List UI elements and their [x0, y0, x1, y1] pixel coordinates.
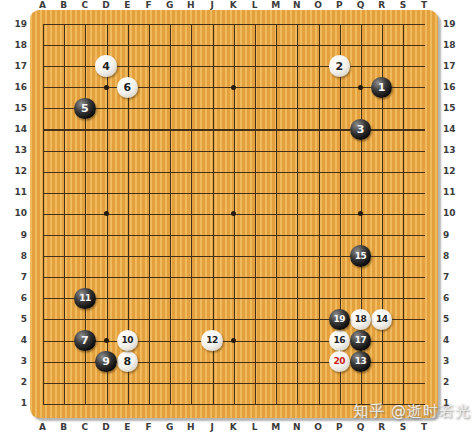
- stone-number: 9: [102, 356, 110, 367]
- coord-col-k-bottom: K: [223, 422, 243, 433]
- coord-col-g-bottom: G: [160, 422, 180, 433]
- coord-col-s-bottom: S: [393, 422, 413, 433]
- coord-row-1-right: 1: [443, 398, 465, 409]
- coord-row-18-left: 18: [5, 40, 27, 51]
- coord-col-f-top: F: [139, 0, 159, 11]
- coord-row-7-left: 7: [5, 272, 27, 283]
- star-point-k4: [231, 338, 236, 343]
- coord-col-o-bottom: O: [308, 422, 328, 433]
- coord-row-4-right: 4: [443, 335, 465, 346]
- stone-black-15-q8: 15: [350, 245, 372, 267]
- coord-col-a-bottom: A: [33, 422, 53, 433]
- stone-number: 11: [79, 294, 91, 303]
- coord-col-j-top: J: [202, 0, 222, 11]
- go-diagram: 1234567891011121314151617181920 知乎 @逝时若光…: [0, 0, 474, 435]
- stone-white-12-j4: 12: [201, 330, 223, 352]
- stone-number: 5: [81, 103, 89, 114]
- stone-number: 18: [355, 315, 367, 324]
- stone-number: 15: [355, 252, 367, 261]
- coord-col-o-top: O: [308, 0, 328, 11]
- stone-number: 8: [123, 356, 131, 367]
- stone-white-2-p17: 2: [329, 55, 351, 77]
- coord-col-t-bottom: T: [414, 422, 434, 433]
- star-point-d4: [104, 338, 109, 343]
- coord-col-c-bottom: C: [75, 422, 95, 433]
- coord-row-6-left: 6: [5, 293, 27, 304]
- coord-row-6-right: 6: [443, 293, 465, 304]
- star-point-q16: [358, 85, 363, 90]
- coord-row-13-right: 13: [443, 145, 465, 156]
- stone-number: 2: [335, 61, 343, 72]
- coord-row-10-left: 10: [5, 208, 27, 219]
- stone-black-9-d3: 9: [95, 351, 117, 373]
- stone-number: 10: [122, 336, 134, 345]
- coord-row-3-right: 3: [443, 356, 465, 367]
- coord-row-7-right: 7: [443, 272, 465, 283]
- coord-col-h-top: H: [181, 0, 201, 11]
- stone-number: 20: [334, 357, 346, 366]
- coord-row-16-left: 16: [5, 82, 27, 93]
- coord-col-p-bottom: P: [329, 422, 349, 433]
- coord-row-16-right: 16: [443, 82, 465, 93]
- stone-black-11-c6: 11: [74, 288, 96, 310]
- coord-row-5-left: 5: [5, 314, 27, 325]
- coord-col-l-bottom: L: [245, 422, 265, 433]
- coord-row-9-right: 9: [443, 230, 465, 241]
- coord-col-e-top: E: [117, 0, 137, 11]
- stone-number: 7: [81, 335, 89, 346]
- coord-row-14-right: 14: [443, 124, 465, 135]
- coord-row-8-right: 8: [443, 251, 465, 262]
- stone-number: 17: [355, 336, 367, 345]
- coord-row-15-right: 15: [443, 103, 465, 114]
- coord-row-12-right: 12: [443, 166, 465, 177]
- coord-col-q-top: Q: [351, 0, 371, 11]
- coord-row-17-right: 17: [443, 61, 465, 72]
- stone-number: 12: [206, 336, 218, 345]
- coord-row-11-left: 11: [5, 187, 27, 198]
- coord-row-2-right: 2: [443, 377, 465, 388]
- coord-col-b-bottom: B: [54, 422, 74, 433]
- stone-number: 13: [355, 357, 367, 366]
- star-point-d16: [104, 85, 109, 90]
- coord-col-h-bottom: H: [181, 422, 201, 433]
- coord-row-11-right: 11: [443, 187, 465, 198]
- coord-col-r-bottom: R: [372, 422, 392, 433]
- star-point-k16: [231, 85, 236, 90]
- coord-col-j-bottom: J: [202, 422, 222, 433]
- coord-row-19-right: 19: [443, 19, 465, 30]
- coord-row-10-right: 10: [443, 208, 465, 219]
- coord-col-a-top: A: [33, 0, 53, 11]
- coord-col-e-bottom: E: [117, 422, 137, 433]
- coord-row-18-right: 18: [443, 40, 465, 51]
- coord-row-12-left: 12: [5, 166, 27, 177]
- coord-row-14-left: 14: [5, 124, 27, 135]
- coord-col-d-top: D: [96, 0, 116, 11]
- coord-col-m-bottom: M: [266, 422, 286, 433]
- coord-col-g-top: G: [160, 0, 180, 11]
- coord-row-13-left: 13: [5, 145, 27, 156]
- coord-col-s-top: S: [393, 0, 413, 11]
- stone-number: 3: [357, 124, 365, 135]
- stone-number: 16: [334, 336, 346, 345]
- coord-row-3-left: 3: [5, 356, 27, 367]
- coord-row-17-left: 17: [5, 61, 27, 72]
- stone-white-4-d17: 4: [95, 55, 117, 77]
- coord-col-n-top: N: [287, 0, 307, 11]
- coord-row-1-left: 1: [5, 398, 27, 409]
- coord-col-q-bottom: Q: [351, 422, 371, 433]
- coord-col-r-top: R: [372, 0, 392, 11]
- coord-col-c-top: C: [75, 0, 95, 11]
- coord-col-m-top: M: [266, 0, 286, 11]
- coord-row-15-left: 15: [5, 103, 27, 114]
- coord-col-t-top: T: [414, 0, 434, 11]
- coord-row-5-right: 5: [443, 314, 465, 325]
- stone-black-5-c15: 5: [74, 98, 96, 120]
- stone-black-19-p5: 19: [329, 309, 351, 331]
- coord-col-l-top: L: [245, 0, 265, 11]
- coord-col-n-bottom: N: [287, 422, 307, 433]
- coord-col-p-top: P: [329, 0, 349, 11]
- coord-row-19-left: 19: [5, 19, 27, 30]
- coord-col-d-bottom: D: [96, 422, 116, 433]
- coord-col-k-top: K: [223, 0, 243, 11]
- stone-number: 1: [378, 82, 386, 93]
- coord-col-b-top: B: [54, 0, 74, 11]
- coord-row-4-left: 4: [5, 335, 27, 346]
- go-board: 1234567891011121314151617181920: [30, 10, 438, 418]
- stone-number: 19: [334, 315, 346, 324]
- stone-number: 14: [376, 315, 388, 324]
- stone-number: 4: [102, 61, 110, 72]
- coord-row-8-left: 8: [5, 251, 27, 262]
- stone-black-7-c4: 7: [74, 330, 96, 352]
- coord-col-f-bottom: F: [139, 422, 159, 433]
- coord-row-9-left: 9: [5, 230, 27, 241]
- stone-number: 6: [123, 82, 131, 93]
- coord-row-2-left: 2: [5, 377, 27, 388]
- stone-white-6-e16: 6: [117, 77, 139, 99]
